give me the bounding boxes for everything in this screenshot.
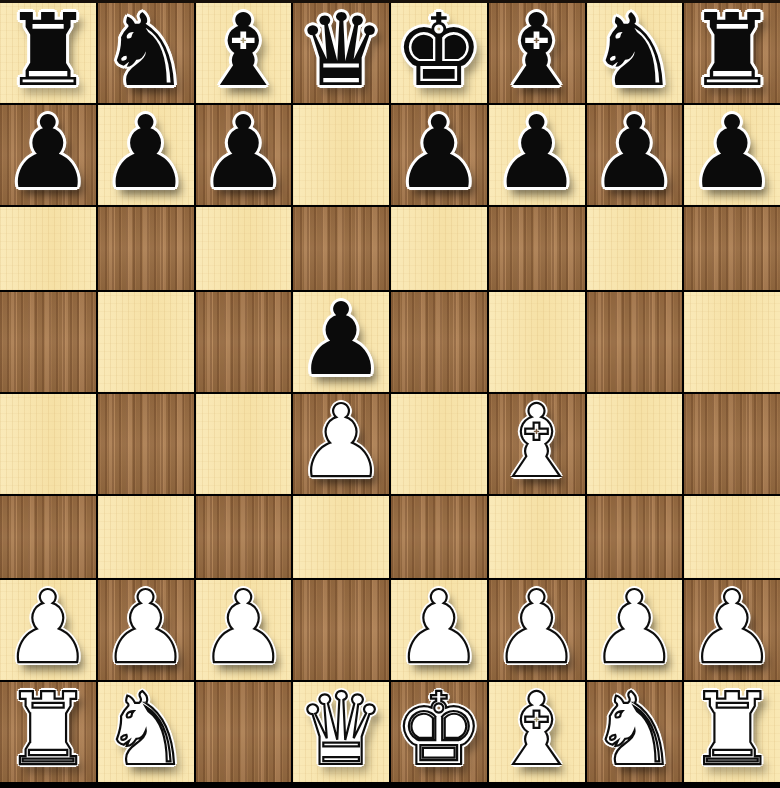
square-f8[interactable]: ♝: [489, 3, 585, 103]
square-h2[interactable]: ♟: [684, 580, 780, 680]
square-a2[interactable]: ♟: [0, 580, 96, 680]
chess-board-window: ♜♞♝♛♚♝♞♜♟♟♟♟♟♟♟♟♟♝♟♟♟♟♟♟♟♜♞♛♚♝♞♜: [0, 0, 780, 788]
square-c6[interactable]: [196, 207, 292, 290]
square-e2[interactable]: ♟: [391, 580, 487, 680]
square-a5[interactable]: [0, 292, 96, 392]
square-e6[interactable]: [391, 207, 487, 290]
square-d1[interactable]: ♛: [293, 682, 389, 782]
piece-black-bishop[interactable]: ♝: [199, 1, 289, 101]
square-c7[interactable]: ♟: [196, 105, 292, 205]
square-g6[interactable]: [587, 207, 683, 290]
square-h5[interactable]: [684, 292, 780, 392]
piece-black-rook[interactable]: ♜: [3, 1, 93, 101]
square-d5[interactable]: ♟: [293, 292, 389, 392]
square-c3[interactable]: [196, 496, 292, 579]
piece-white-pawn[interactable]: ♟: [296, 392, 386, 492]
piece-black-rook[interactable]: ♜: [687, 1, 777, 101]
square-e8[interactable]: ♚: [391, 3, 487, 103]
square-f3[interactable]: [489, 496, 585, 579]
square-e3[interactable]: [391, 496, 487, 579]
square-h6[interactable]: [684, 207, 780, 290]
square-f2[interactable]: ♟: [489, 580, 585, 680]
square-e1[interactable]: ♚: [391, 682, 487, 782]
square-b8[interactable]: ♞: [98, 3, 194, 103]
square-a8[interactable]: ♜: [0, 3, 96, 103]
square-g5[interactable]: [587, 292, 683, 392]
square-g3[interactable]: [587, 496, 683, 579]
piece-white-pawn[interactable]: ♟: [687, 578, 777, 678]
square-a7[interactable]: ♟: [0, 105, 96, 205]
square-f6[interactable]: [489, 207, 585, 290]
piece-black-pawn[interactable]: ♟: [394, 103, 484, 203]
square-g8[interactable]: ♞: [587, 3, 683, 103]
piece-white-pawn[interactable]: ♟: [590, 578, 680, 678]
square-h8[interactable]: ♜: [684, 3, 780, 103]
piece-white-bishop[interactable]: ♝: [492, 392, 582, 492]
square-h1[interactable]: ♜: [684, 682, 780, 782]
piece-white-pawn[interactable]: ♟: [199, 578, 289, 678]
square-g1[interactable]: ♞: [587, 682, 683, 782]
piece-white-queen[interactable]: ♛: [296, 680, 386, 780]
square-a4[interactable]: [0, 394, 96, 494]
square-e4[interactable]: [391, 394, 487, 494]
piece-black-king[interactable]: ♚: [394, 1, 484, 101]
square-b4[interactable]: [98, 394, 194, 494]
square-h4[interactable]: [684, 394, 780, 494]
square-h7[interactable]: ♟: [684, 105, 780, 205]
square-b3[interactable]: [98, 496, 194, 579]
piece-black-pawn[interactable]: ♟: [296, 290, 386, 390]
square-a1[interactable]: ♜: [0, 682, 96, 782]
piece-white-pawn[interactable]: ♟: [394, 578, 484, 678]
square-c8[interactable]: ♝: [196, 3, 292, 103]
piece-white-pawn[interactable]: ♟: [492, 578, 582, 678]
square-d7[interactable]: [293, 105, 389, 205]
square-c5[interactable]: [196, 292, 292, 392]
square-b6[interactable]: [98, 207, 194, 290]
square-e5[interactable]: [391, 292, 487, 392]
piece-white-knight[interactable]: ♞: [590, 680, 680, 780]
square-d2[interactable]: [293, 580, 389, 680]
square-f4[interactable]: ♝: [489, 394, 585, 494]
square-c1[interactable]: [196, 682, 292, 782]
piece-black-pawn[interactable]: ♟: [3, 103, 93, 203]
square-e7[interactable]: ♟: [391, 105, 487, 205]
square-g4[interactable]: [587, 394, 683, 494]
square-f5[interactable]: [489, 292, 585, 392]
square-f7[interactable]: ♟: [489, 105, 585, 205]
square-b7[interactable]: ♟: [98, 105, 194, 205]
piece-black-pawn[interactable]: ♟: [590, 103, 680, 203]
square-g2[interactable]: ♟: [587, 580, 683, 680]
piece-black-pawn[interactable]: ♟: [101, 103, 191, 203]
piece-black-pawn[interactable]: ♟: [687, 103, 777, 203]
square-h3[interactable]: [684, 496, 780, 579]
piece-black-pawn[interactable]: ♟: [199, 103, 289, 203]
piece-white-pawn[interactable]: ♟: [101, 578, 191, 678]
piece-black-knight[interactable]: ♞: [101, 1, 191, 101]
piece-white-bishop[interactable]: ♝: [492, 680, 582, 780]
piece-white-king[interactable]: ♚: [394, 680, 484, 780]
square-d3[interactable]: [293, 496, 389, 579]
square-c4[interactable]: [196, 394, 292, 494]
square-d4[interactable]: ♟: [293, 394, 389, 494]
piece-black-pawn[interactable]: ♟: [492, 103, 582, 203]
square-b2[interactable]: ♟: [98, 580, 194, 680]
square-c2[interactable]: ♟: [196, 580, 292, 680]
piece-black-bishop[interactable]: ♝: [492, 1, 582, 101]
piece-white-rook[interactable]: ♜: [3, 680, 93, 780]
square-f1[interactable]: ♝: [489, 682, 585, 782]
piece-black-knight[interactable]: ♞: [590, 1, 680, 101]
square-a3[interactable]: [0, 496, 96, 579]
square-a6[interactable]: [0, 207, 96, 290]
square-b1[interactable]: ♞: [98, 682, 194, 782]
square-b5[interactable]: [98, 292, 194, 392]
piece-black-queen[interactable]: ♛: [296, 1, 386, 101]
piece-white-pawn[interactable]: ♟: [3, 578, 93, 678]
square-d8[interactable]: ♛: [293, 3, 389, 103]
piece-white-knight[interactable]: ♞: [101, 680, 191, 780]
square-g7[interactable]: ♟: [587, 105, 683, 205]
piece-white-rook[interactable]: ♜: [687, 680, 777, 780]
square-d6[interactable]: [293, 207, 389, 290]
chess-board: ♜♞♝♛♚♝♞♜♟♟♟♟♟♟♟♟♟♝♟♟♟♟♟♟♟♜♞♛♚♝♞♜: [0, 3, 780, 782]
